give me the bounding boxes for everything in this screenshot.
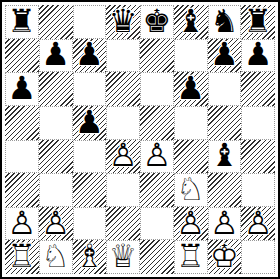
square-f8: ♝: [174, 5, 208, 39]
black-piece-glyph: ♚: [143, 5, 172, 37]
white-piece-outline: ♙: [8, 207, 37, 239]
piece-white-pawn-e4: ♟♙: [141, 141, 173, 173]
piece-black-pawn-h7: ♟: [242, 40, 274, 72]
piece-white-rook-f1: ♜♖: [175, 241, 207, 273]
square-d2: [106, 207, 140, 241]
square-g7: ♟: [208, 39, 242, 73]
square-f4: [174, 140, 208, 174]
piece-black-queen-d8: ♛: [106, 5, 140, 39]
square-a7: [5, 39, 39, 73]
square-h1: [241, 240, 275, 274]
white-piece-outline: ♖: [8, 241, 37, 273]
chess-board: ♜♛♚♝♞♜♟♟♟♟♟♟♟♟♙♟♙♝♞♘♟♙♟♙♟♙♟♙♟♙♜♖♞♘♝♗♛♕♜♖…: [5, 5, 275, 274]
black-piece-glyph: ♟: [8, 72, 37, 104]
square-f5: [174, 106, 208, 140]
square-e6: [140, 72, 174, 106]
piece-black-knight-g8: ♞: [209, 6, 241, 38]
square-d5: [106, 106, 140, 140]
white-piece-outline: ♗: [75, 241, 104, 273]
white-piece-outline: ♘: [41, 241, 70, 273]
square-a2: ♟♙: [5, 207, 39, 241]
square-g8: ♞: [208, 5, 242, 39]
piece-black-pawn-c7: ♟: [73, 39, 107, 73]
square-g1: ♚♔: [208, 240, 242, 274]
piece-black-pawn-a6: ♟: [6, 73, 38, 105]
piece-white-pawn-d4: ♟♙: [106, 140, 140, 174]
black-piece-glyph: ♟: [210, 39, 239, 71]
square-g2: ♟♙: [208, 207, 242, 241]
piece-black-pawn-g7: ♟: [208, 39, 242, 73]
square-g6: [208, 72, 242, 106]
piece-white-queen-d1: ♛♕: [107, 241, 139, 273]
piece-white-knight-b1: ♞♘: [40, 241, 72, 273]
square-b8: [39, 5, 73, 39]
black-piece-glyph: ♜: [8, 5, 37, 37]
square-h3: [241, 173, 275, 207]
square-g4: ♝: [208, 140, 242, 174]
square-c2: [73, 207, 107, 241]
square-a3: [5, 173, 39, 207]
square-f1: ♜♖: [174, 240, 208, 274]
square-d8: ♛: [106, 5, 140, 39]
square-b7: ♟: [39, 39, 73, 73]
square-c3: [73, 173, 107, 207]
chess-diagram-frame: ♜♛♚♝♞♜♟♟♟♟♟♟♟♟♙♟♙♝♞♘♟♙♟♙♟♙♟♙♟♙♜♖♞♘♝♗♛♕♜♖…: [0, 0, 280, 279]
piece-black-bishop-g4: ♝: [209, 141, 241, 173]
white-piece-outline: ♙: [109, 140, 138, 172]
square-c8: [73, 5, 107, 39]
black-piece-glyph: ♝: [176, 5, 205, 37]
square-a6: ♟: [5, 72, 39, 106]
square-g5: [208, 106, 242, 140]
piece-white-pawn-f2: ♟♙: [174, 207, 208, 241]
square-a4: [5, 140, 39, 174]
square-b2: ♟♙: [39, 207, 73, 241]
piece-black-king-e8: ♚: [141, 6, 173, 38]
square-e8: ♚: [140, 5, 174, 39]
square-h4: [241, 140, 275, 174]
square-h8: ♜: [241, 5, 275, 39]
square-e2: [140, 207, 174, 241]
piece-black-rook-a8: ♜: [6, 6, 38, 38]
black-piece-glyph: ♟: [75, 39, 104, 71]
white-piece-outline: ♖: [176, 241, 205, 273]
square-f2: ♟♙: [174, 207, 208, 241]
white-piece-outline: ♙: [210, 207, 239, 239]
square-b6: [39, 72, 73, 106]
square-d4: ♟♙: [106, 140, 140, 174]
square-a5: [5, 106, 39, 140]
square-c7: ♟: [73, 39, 107, 73]
square-d3: [106, 173, 140, 207]
piece-white-pawn-h2: ♟♙: [241, 207, 275, 241]
black-piece-glyph: ♟: [244, 39, 273, 71]
square-h6: [241, 72, 275, 106]
square-b5: [39, 106, 73, 140]
square-d1: ♛♕: [106, 240, 140, 274]
square-e4: ♟♙: [140, 140, 174, 174]
black-piece-glyph: ♛: [109, 5, 138, 37]
white-piece-outline: ♙: [176, 207, 205, 239]
piece-black-bishop-f8: ♝: [174, 5, 208, 39]
piece-white-knight-f3: ♞♘: [175, 174, 207, 206]
white-piece-outline: ♙: [41, 207, 70, 239]
square-e1: [140, 240, 174, 274]
square-f6: ♟: [174, 72, 208, 106]
white-piece-outline: ♔: [210, 241, 239, 273]
black-piece-glyph: ♟: [41, 39, 70, 71]
piece-white-rook-a1: ♜♖: [5, 240, 39, 274]
square-e7: [140, 39, 174, 73]
square-h5: [241, 106, 275, 140]
square-b1: ♞♘: [39, 240, 73, 274]
piece-black-pawn-b7: ♟: [40, 40, 72, 72]
square-d6: [106, 72, 140, 106]
piece-white-pawn-g2: ♟♙: [209, 208, 241, 240]
square-c5: ♟: [73, 106, 107, 140]
black-piece-glyph: ♝: [210, 140, 239, 172]
black-piece-glyph: ♟: [75, 106, 104, 138]
piece-white-bishop-c1: ♝♗: [73, 240, 107, 274]
square-c4: [73, 140, 107, 174]
piece-black-pawn-c5: ♟: [73, 106, 107, 140]
square-g3: [208, 173, 242, 207]
square-f7: [174, 39, 208, 73]
square-b3: [39, 173, 73, 207]
piece-white-king-g1: ♚♔: [208, 240, 242, 274]
square-a8: ♜: [5, 5, 39, 39]
square-a1: ♜♖: [5, 240, 39, 274]
square-b4: [39, 140, 73, 174]
white-piece-outline: ♙: [143, 140, 172, 172]
square-e5: [140, 106, 174, 140]
square-h7: ♟: [241, 39, 275, 73]
piece-white-pawn-a2: ♟♙: [6, 208, 38, 240]
black-piece-glyph: ♟: [176, 72, 205, 104]
square-f3: ♞♘: [174, 173, 208, 207]
square-c6: [73, 72, 107, 106]
square-d7: [106, 39, 140, 73]
white-piece-outline: ♘: [176, 173, 205, 205]
square-h2: ♟♙: [241, 207, 275, 241]
square-e3: [140, 173, 174, 207]
black-piece-glyph: ♞: [210, 5, 239, 37]
piece-black-rook-h8: ♜: [241, 5, 275, 39]
square-c1: ♝♗: [73, 240, 107, 274]
white-piece-outline: ♙: [244, 207, 273, 239]
piece-white-pawn-b2: ♟♙: [39, 207, 73, 241]
piece-black-pawn-f6: ♟: [174, 72, 208, 106]
black-piece-glyph: ♜: [244, 5, 273, 37]
white-piece-outline: ♕: [109, 241, 138, 273]
